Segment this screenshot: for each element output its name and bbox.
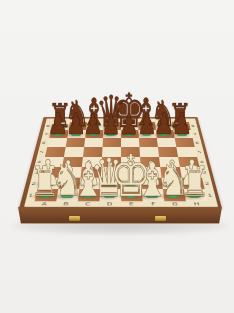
square-f5	[138, 147, 158, 156]
product-photo: AABBCCDDEEFFGGHH8877665544332211 ♜♞♝♛♚♝♞…	[0, 0, 234, 313]
square-a7	[48, 129, 67, 137]
square-f3	[140, 166, 161, 177]
square-a8	[50, 121, 69, 129]
square-g4	[158, 156, 179, 166]
file-label-top-a: A	[55, 118, 66, 121]
square-c6	[83, 138, 102, 147]
chess-board: AABBCCDDEEFFGGHH8877665544332211	[18, 116, 221, 208]
file-label-top-e: E	[123, 118, 134, 121]
square-a1	[34, 188, 58, 200]
square-e2	[120, 177, 141, 188]
latch-right-icon	[155, 216, 166, 221]
square-g3	[159, 166, 180, 177]
file-label-bottom-g: G	[167, 201, 182, 206]
square-e7	[120, 129, 138, 137]
file-label-top-g: G	[157, 118, 168, 121]
square-c2	[78, 177, 100, 188]
square-h7	[172, 129, 191, 137]
square-e3	[120, 166, 140, 177]
file-label-bottom-c: C	[80, 201, 94, 206]
file-label-top-c: C	[89, 118, 100, 121]
square-c4	[81, 156, 101, 166]
square-g6	[156, 138, 175, 147]
square-b2	[57, 177, 79, 188]
square-d5	[101, 147, 120, 156]
square-b7	[66, 129, 85, 137]
square-d3	[100, 166, 120, 177]
square-g8	[154, 121, 172, 129]
square-d4	[100, 156, 120, 166]
square-b3	[59, 166, 80, 177]
square-e8	[120, 121, 137, 129]
square-g7	[155, 129, 174, 137]
square-h8	[171, 121, 190, 129]
square-h3	[179, 166, 201, 177]
square-h2	[181, 177, 204, 188]
square-d1	[98, 188, 120, 200]
square-b1	[55, 188, 78, 200]
board-grid	[34, 121, 207, 200]
square-a3	[39, 166, 61, 177]
square-b6	[65, 138, 84, 147]
square-g1	[162, 188, 185, 200]
square-h6	[174, 138, 194, 147]
square-c5	[82, 147, 102, 156]
square-a5	[44, 147, 65, 156]
square-e6	[120, 138, 138, 147]
square-c3	[80, 166, 101, 177]
square-d2	[99, 177, 120, 188]
file-label-bottom-d: D	[102, 201, 116, 206]
square-f7	[137, 129, 155, 137]
file-label-bottom-a: A	[36, 201, 51, 206]
square-d8	[103, 121, 120, 129]
square-b4	[61, 156, 82, 166]
square-a6	[46, 138, 66, 147]
square-h4	[177, 156, 198, 166]
file-label-top-d: D	[106, 118, 117, 121]
square-h1	[183, 188, 207, 200]
square-d6	[102, 138, 120, 147]
square-f2	[140, 177, 162, 188]
square-f8	[137, 121, 155, 129]
latch-left-icon	[69, 216, 80, 221]
square-a2	[36, 177, 59, 188]
file-label-top-b: B	[72, 118, 83, 121]
square-g5	[157, 147, 177, 156]
square-f1	[141, 188, 163, 200]
square-e5	[120, 147, 139, 156]
square-e4	[120, 156, 140, 166]
square-e1	[120, 188, 142, 200]
file-label-bottom-f: F	[146, 201, 160, 206]
file-label-bottom-e: E	[124, 201, 138, 206]
square-d7	[102, 129, 120, 137]
square-g2	[160, 177, 182, 188]
square-b8	[68, 121, 86, 129]
square-b5	[63, 147, 83, 156]
square-h5	[175, 147, 196, 156]
square-a4	[42, 156, 63, 166]
square-f4	[139, 156, 159, 166]
square-c7	[84, 129, 102, 137]
file-label-bottom-h: H	[189, 201, 204, 206]
square-f6	[138, 138, 157, 147]
square-c8	[85, 121, 103, 129]
file-label-top-f: F	[140, 118, 151, 121]
square-c1	[77, 188, 99, 200]
file-label-top-h: H	[173, 118, 184, 121]
box-front	[18, 207, 222, 224]
file-label-bottom-b: B	[58, 201, 73, 206]
